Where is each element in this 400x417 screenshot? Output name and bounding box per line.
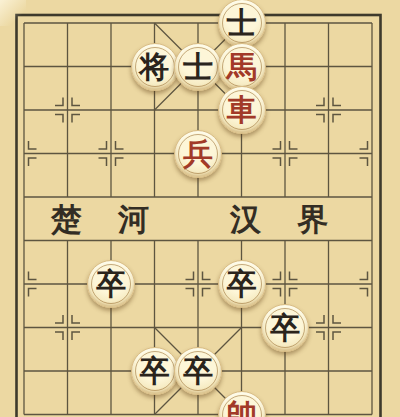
piece-red-車-f5r2[interactable]: 車 <box>218 86 266 134</box>
piece-glyph: 兵 <box>175 131 221 177</box>
piece-black-卒-f2r6[interactable]: 卒 <box>87 260 135 308</box>
piece-black-卒-f4r8[interactable]: 卒 <box>174 347 222 395</box>
piece-black-卒-f3r8[interactable]: 卒 <box>131 347 179 395</box>
piece-glyph: 卒 <box>219 261 265 307</box>
piece-glyph: 士 <box>175 44 221 90</box>
piece-black-卒-f6r7[interactable]: 卒 <box>261 304 309 352</box>
piece-glyph: 卒 <box>175 348 221 394</box>
piece-red-兵-f4r3[interactable]: 兵 <box>174 130 222 178</box>
piece-glyph: 車 <box>219 87 265 133</box>
piece-glyph: 卒 <box>88 261 134 307</box>
piece-black-士-f4r1[interactable]: 士 <box>174 43 222 91</box>
piece-glyph: 卒 <box>132 348 178 394</box>
piece-black-将-f3r1[interactable]: 将 <box>131 43 179 91</box>
piece-black-士-f5r0[interactable]: 士 <box>218 0 266 47</box>
piece-glyph: 士 <box>219 0 265 46</box>
piece-glyph: 馬 <box>219 44 265 90</box>
xiangqi-board: 楚河 汉界 士将士馬車兵卒卒卒卒卒帥 <box>0 0 400 417</box>
piece-black-卒-f5r6[interactable]: 卒 <box>218 260 266 308</box>
piece-red-帥-f5r9[interactable]: 帥 <box>218 391 266 417</box>
piece-red-馬-f5r1[interactable]: 馬 <box>218 43 266 91</box>
pieces-layer: 士将士馬車兵卒卒卒卒卒帥 <box>0 0 400 417</box>
piece-glyph: 卒 <box>262 305 308 351</box>
piece-glyph: 将 <box>132 44 178 90</box>
piece-glyph: 帥 <box>219 392 265 417</box>
